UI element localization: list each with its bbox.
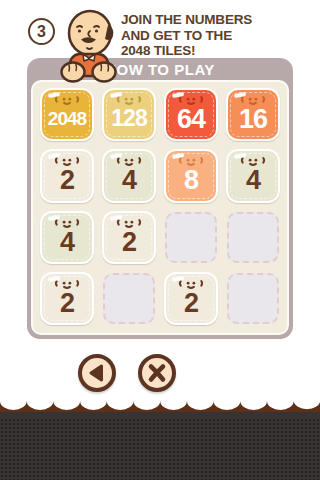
tile-value: 4 [60,228,74,256]
instruction-line-2: AND GET TO THE [121,28,316,44]
tile-16: 16 [226,88,280,141]
close-x-icon [146,362,168,384]
tile-128: 128 [102,88,156,141]
close-button[interactable] [138,354,176,392]
instruction-line-3: 2048 TILES! [121,43,316,59]
tile-value: 128 [111,105,146,131]
empty-cell [165,212,217,263]
tile-2: 2 [102,211,156,264]
tile-2: 2 [40,272,94,325]
tile-value: 2048 [48,105,86,132]
tile-4: 4 [40,211,94,264]
tile-4: 4 [102,149,156,202]
tile-4: 4 [226,149,280,202]
tile-2: 2 [164,272,218,325]
game-board: HOW TO PLAY 2048128641624844222 [27,58,293,339]
tile-8: 8 [164,149,218,202]
tile-64: 64 [164,88,218,141]
tile-2: 2 [40,149,94,202]
tile-grid: 2048128641624844222 [33,82,287,333]
empty-cell [227,212,279,263]
footer-texture [0,414,320,480]
tile-value: 2 [60,166,74,194]
tile-value: 4 [122,166,136,194]
instruction-line-1: JOIN THE NUMBERS [121,12,316,28]
tile-value: 8 [184,166,198,194]
tile-value: 64 [177,105,205,133]
back-arrow-icon [86,362,108,384]
back-button[interactable] [78,354,116,392]
tile-value: 2 [60,289,74,317]
wave-border [0,396,320,418]
board-surface: 2048128641624844222 [31,80,289,335]
tile-2048: 2048 [40,88,94,141]
tile-value: 4 [246,166,260,194]
how-to-play-screen: 3 JOIN THE NUMBERS AND GET TO THE 2048 T… [0,0,320,480]
mascot-character-icon [56,6,122,84]
empty-cell [103,273,155,324]
tile-value: 2 [122,228,136,256]
tile-value: 2 [184,289,198,317]
step-number: 3 [37,23,46,41]
step-badge: 3 [28,18,55,45]
empty-cell [227,273,279,324]
tile-value: 16 [239,105,267,133]
instruction-text: JOIN THE NUMBERS AND GET TO THE 2048 TIL… [121,12,316,59]
